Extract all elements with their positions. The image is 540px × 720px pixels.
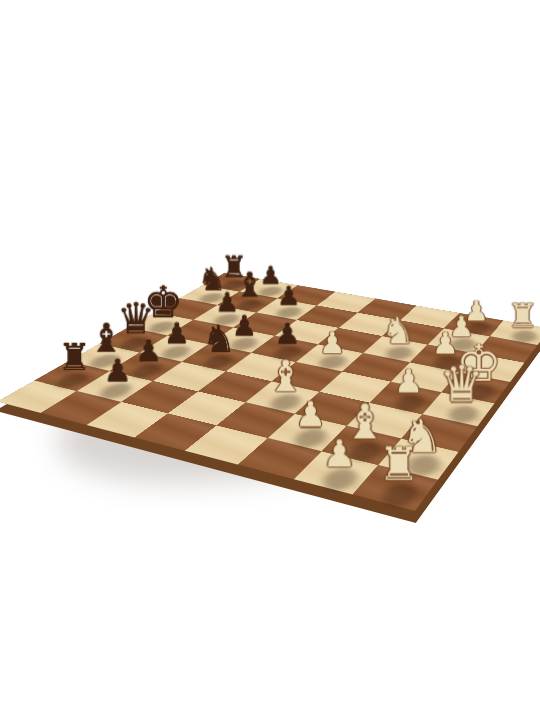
black-pawn-g6: ♟ xyxy=(266,283,311,309)
black-pawn-b7: ♟ xyxy=(91,355,145,387)
black-knight-d6: ♞ xyxy=(194,320,244,358)
white-pawn-a2: ♟ xyxy=(308,435,372,472)
square-a1: ♜ xyxy=(353,465,438,511)
white-pawn-e4: ♟ xyxy=(307,328,358,358)
white-pawn-b3: ♟ xyxy=(281,398,340,433)
white-queen-d1: ♛ xyxy=(433,359,489,409)
white-rook-a1: ♜ xyxy=(366,442,431,488)
product-photo-page: { "game": "chess", "board": { "squares_p… xyxy=(0,0,540,720)
white-rook-h1: ♜ xyxy=(499,299,540,333)
black-pawn-e5: ♟ xyxy=(263,320,313,349)
white-bishop-c4: ♝ xyxy=(258,354,313,397)
chessboard-photo-scene: ♜♝♛♚♞♜♟♟♟♟♝♟♞♟♟♟♝♟♟♞♟♝♟♟♟♟♜♞♛♚♜ xyxy=(0,0,540,720)
chessboard: ♜♝♛♚♞♜♟♟♟♟♝♟♞♟♟♟♝♟♟♞♟♝♟♟♟♟♜♞♛♚♜ xyxy=(0,273,540,511)
white-knight-f3: ♞ xyxy=(373,312,423,349)
white-pawn-d2: ♟ xyxy=(381,366,436,398)
